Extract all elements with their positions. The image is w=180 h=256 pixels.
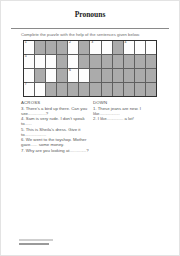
- blocked-cell: [46, 83, 56, 96]
- blocked-cell: [102, 83, 112, 96]
- blocked-cell: [146, 69, 156, 82]
- answer-cell[interactable]: [24, 69, 34, 82]
- answer-cell[interactable]: [135, 41, 145, 54]
- down-clue-list: 1. These jeans are new. I like..........…: [93, 106, 159, 122]
- blocked-cell: [146, 83, 156, 96]
- answer-cell[interactable]: 5: [24, 55, 34, 68]
- clue-item: 5. This is Sheila's dress. Give it to...…: [21, 127, 91, 137]
- blocked-cell: [57, 83, 67, 96]
- answer-cell[interactable]: 6: [68, 69, 78, 82]
- clue-number: 4: [124, 41, 126, 44]
- answer-cell[interactable]: 2: [68, 41, 78, 54]
- clue-number: 5: [25, 55, 27, 58]
- clue-item: 7. Why are you looking at..............?: [21, 148, 91, 153]
- blocked-cell: [113, 69, 123, 82]
- blocked-cell: [79, 55, 89, 68]
- clue-item: 4. Sam is very rude. I don't speak to...…: [21, 116, 91, 126]
- blocked-cell: [79, 83, 89, 96]
- answer-cell[interactable]: 4: [124, 41, 134, 54]
- footer-watermark-line1: [19, 239, 53, 241]
- clue-number: 6: [69, 69, 71, 72]
- instruction-text: Complete the puzzle with the help of the…: [21, 32, 161, 37]
- blocked-cell: [124, 69, 134, 82]
- blocked-cell: [124, 55, 134, 68]
- answer-cell[interactable]: [102, 41, 112, 54]
- answer-cell[interactable]: 1: [24, 41, 34, 54]
- blocked-cell: [57, 55, 67, 68]
- blocked-cell: [102, 55, 112, 68]
- clue-item: 1. These jeans are new. I like..........…: [93, 106, 159, 116]
- clue-item: 2. I like.............. a lot!: [93, 116, 159, 121]
- answer-cell[interactable]: [146, 41, 156, 54]
- blocked-cell: [135, 55, 145, 68]
- clue-item: 3. There's a bird up there. Can you see.…: [21, 106, 91, 116]
- blocked-cell: [90, 69, 100, 82]
- clue-number: 3: [91, 41, 93, 44]
- title-divider: [11, 28, 169, 29]
- answer-cell[interactable]: [35, 55, 45, 68]
- clue-number: 2: [69, 41, 71, 44]
- answer-cell[interactable]: [46, 55, 56, 68]
- clue-number: 7: [25, 83, 27, 86]
- page-title: Pronouns: [1, 10, 179, 19]
- answer-cell[interactable]: [46, 69, 56, 82]
- blocked-cell: [124, 83, 134, 96]
- answer-cell[interactable]: [35, 83, 45, 96]
- down-clues-section: DOWN 1. These jeans are new. I like.....…: [93, 100, 159, 122]
- blocked-cell: [113, 83, 123, 96]
- answer-cell[interactable]: 7: [24, 83, 34, 96]
- blocked-cell: [102, 69, 112, 82]
- answer-cell[interactable]: [79, 69, 89, 82]
- clue-item: 6. We went to the toyshop. Mother gave..…: [21, 137, 91, 147]
- blocked-cell: [46, 41, 56, 54]
- blocked-cell: [68, 83, 78, 96]
- crossword-grid[interactable]: 1234567: [23, 40, 157, 97]
- blocked-cell: [35, 41, 45, 54]
- blocked-cell: [57, 41, 67, 54]
- across-header: ACROSS: [21, 100, 91, 105]
- across-clue-list: 3. There's a bird up there. Can you see.…: [21, 106, 91, 153]
- across-clues-section: ACROSS 3. There's a bird up there. Can y…: [21, 100, 91, 153]
- blocked-cell: [90, 55, 100, 68]
- answer-cell[interactable]: [68, 55, 78, 68]
- worksheet-page: Pronouns Complete the puzzle with the he…: [0, 0, 180, 256]
- blocked-cell: [90, 83, 100, 96]
- blocked-cell: [146, 55, 156, 68]
- blocked-cell: [79, 41, 89, 54]
- footer-watermark-line2: [19, 243, 49, 245]
- blocked-cell: [57, 69, 67, 82]
- blocked-cell: [135, 69, 145, 82]
- blocked-cell: [113, 55, 123, 68]
- blocked-cell: [135, 83, 145, 96]
- blocked-cell: [35, 69, 45, 82]
- blocked-cell: [113, 41, 123, 54]
- clue-number: 1: [25, 41, 27, 44]
- down-header: DOWN: [93, 100, 159, 105]
- answer-cell[interactable]: 3: [90, 41, 100, 54]
